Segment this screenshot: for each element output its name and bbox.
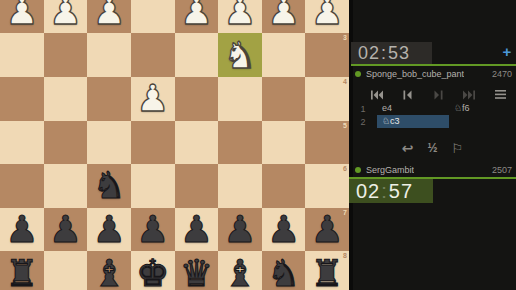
- square-d4[interactable]: [175, 77, 219, 121]
- black-piece-c8: ♝: [218, 251, 262, 290]
- square-e8[interactable]: ♚: [131, 251, 175, 290]
- white-piece-b2: ♟: [262, 0, 306, 33]
- black-piece-e7: ♟: [131, 208, 175, 252]
- square-e2[interactable]: [131, 0, 175, 33]
- square-a5[interactable]: 5: [305, 121, 349, 165]
- square-b4[interactable]: [262, 77, 306, 121]
- black-piece-d7: ♟: [175, 208, 219, 252]
- give-more-time-button[interactable]: +: [500, 44, 514, 58]
- square-g5[interactable]: [44, 121, 88, 165]
- square-g3[interactable]: [44, 33, 88, 77]
- square-e5[interactable]: [131, 121, 175, 165]
- online-dot: [355, 167, 361, 173]
- black-piece-e8: ♚: [131, 251, 175, 290]
- clock-digits: :: [380, 180, 389, 203]
- player-rating-top: 2470: [492, 69, 512, 79]
- app-window: ♜♞♝♚♛♝♜♟♟♟♟♟♟♟♞3♟45♞6♟♟♟♟♟♟♟♟7♜♝♚♛♝♞♜8 0…: [0, 0, 516, 290]
- accent-line-top: [351, 64, 516, 66]
- square-h2[interactable]: ♟: [0, 0, 44, 33]
- square-g6[interactable]: [44, 164, 88, 208]
- square-g2[interactable]: ♟: [44, 0, 88, 33]
- resign-flag-button[interactable]: ⚐: [452, 142, 464, 155]
- takeback-button[interactable]: ↩: [402, 141, 414, 155]
- square-f8[interactable]: ♝: [87, 251, 131, 290]
- rank-coordinate-5: 5: [343, 122, 347, 129]
- previous-move-icon: [403, 90, 412, 100]
- black-piece-h7: ♟: [0, 208, 44, 252]
- square-b7[interactable]: ♟: [262, 208, 306, 252]
- square-c4[interactable]: [218, 77, 262, 121]
- white-piece-f2: ♟: [87, 0, 131, 33]
- black-piece-d8: ♛: [175, 251, 219, 290]
- square-a4[interactable]: 4: [305, 77, 349, 121]
- square-d3[interactable]: [175, 33, 219, 77]
- move-number: 1: [349, 104, 377, 114]
- clock-digits: :: [380, 43, 388, 64]
- square-h8[interactable]: ♜: [0, 251, 44, 290]
- move-1-black[interactable]: ♘f6: [449, 102, 511, 115]
- rank-coordinate-3: 3: [343, 34, 347, 41]
- black-piece-g7: ♟: [44, 208, 88, 252]
- square-b2[interactable]: ♟: [262, 0, 306, 33]
- white-piece-d2: ♟: [175, 0, 219, 33]
- move-1-white[interactable]: e4: [377, 102, 449, 115]
- square-c8[interactable]: ♝: [218, 251, 262, 290]
- square-g7[interactable]: ♟: [44, 208, 88, 252]
- white-piece-a2: ♟: [305, 0, 349, 33]
- rank-coordinate-8: 8: [343, 252, 347, 259]
- offer-draw-button[interactable]: ½: [428, 142, 438, 154]
- clock-digits: 02: [358, 43, 380, 64]
- move-2-black: [449, 115, 511, 128]
- clock-top: 02:53: [351, 42, 432, 64]
- move-list: 1e4♘f62♘c3: [349, 102, 516, 128]
- square-f7[interactable]: ♟: [87, 208, 131, 252]
- square-a2[interactable]: ♟: [305, 0, 349, 33]
- square-b8[interactable]: ♞: [262, 251, 306, 290]
- square-c2[interactable]: ♟: [218, 0, 262, 33]
- nav-previous-button[interactable]: [402, 89, 414, 100]
- move-row-1: 1e4♘f6: [349, 102, 516, 115]
- square-h3[interactable]: [0, 33, 44, 77]
- move-number: 2: [349, 117, 377, 127]
- square-g8[interactable]: [44, 251, 88, 290]
- nav-first-button[interactable]: [371, 89, 383, 100]
- menu-icon: [495, 90, 506, 99]
- player-name-top[interactable]: Sponge_bob_cube_pant: [366, 69, 464, 79]
- clock-digits: 57: [389, 180, 413, 203]
- black-piece-b8: ♞: [262, 251, 306, 290]
- square-h6[interactable]: [0, 164, 44, 208]
- square-d7[interactable]: ♟: [175, 208, 219, 252]
- square-d5[interactable]: [175, 121, 219, 165]
- white-piece-h2: ♟: [0, 0, 44, 33]
- white-piece-c2: ♟: [218, 0, 262, 33]
- square-c3[interactable]: ♞: [218, 33, 262, 77]
- last-move-icon: [463, 90, 475, 100]
- square-b5[interactable]: [262, 121, 306, 165]
- rank-coordinate-7: 7: [343, 209, 347, 216]
- white-piece-c3: ♞: [218, 33, 262, 77]
- square-c7[interactable]: ♟: [218, 208, 262, 252]
- player-rating-bottom: 2507: [492, 165, 512, 175]
- game-action-bar: ↩ ½ ⚐: [349, 138, 516, 158]
- square-d8[interactable]: ♛: [175, 251, 219, 290]
- square-e4[interactable]: ♟: [131, 77, 175, 121]
- square-a7[interactable]: ♟7: [305, 208, 349, 252]
- square-f3[interactable]: [87, 33, 131, 77]
- rank-coordinate-4: 4: [343, 78, 347, 85]
- square-a3[interactable]: 3: [305, 33, 349, 77]
- player-row-bottom: SergGambit 2507: [349, 163, 516, 176]
- square-h7[interactable]: ♟: [0, 208, 44, 252]
- square-g4[interactable]: [44, 77, 88, 121]
- player-row-top: Sponge_bob_cube_pant 2470: [349, 67, 516, 80]
- player-name-bottom[interactable]: SergGambit: [366, 165, 414, 175]
- nav-next-button[interactable]: [433, 89, 445, 100]
- white-piece-g2: ♟: [44, 0, 88, 33]
- game-side-panel: 02:53 + Sponge_bob_cube_pant 2470: [349, 0, 516, 290]
- white-piece-e4: ♟: [131, 77, 175, 121]
- first-move-icon: [371, 90, 383, 100]
- square-f4[interactable]: [87, 77, 131, 121]
- next-move-icon: [434, 90, 443, 100]
- move-row-2: 2♘c3: [349, 115, 516, 128]
- move-nav-bar: [349, 88, 516, 101]
- black-piece-f8: ♝: [87, 251, 131, 290]
- black-piece-f7: ♟: [87, 208, 131, 252]
- square-c6[interactable]: [218, 164, 262, 208]
- square-e7[interactable]: ♟: [131, 208, 175, 252]
- square-a6[interactable]: 6: [305, 164, 349, 208]
- clock-digits: 02: [356, 180, 380, 203]
- square-e3[interactable]: [131, 33, 175, 77]
- square-b3[interactable]: [262, 33, 306, 77]
- square-f2[interactable]: ♟: [87, 0, 131, 33]
- black-piece-f6: ♞: [87, 164, 131, 208]
- nav-menu-button[interactable]: [494, 89, 506, 100]
- square-h4[interactable]: [0, 77, 44, 121]
- move-2-white[interactable]: ♘c3: [377, 115, 449, 128]
- square-d2[interactable]: ♟: [175, 0, 219, 33]
- square-a8[interactable]: ♜8: [305, 251, 349, 290]
- rank-coordinate-6: 6: [343, 165, 347, 172]
- black-piece-h8: ♜: [0, 251, 44, 290]
- chess-board: ♜♞♝♚♛♝♜♟♟♟♟♟♟♟♞3♟45♞6♟♟♟♟♟♟♟♟7♜♝♚♛♝♞♜8: [0, 0, 349, 290]
- square-h5[interactable]: [0, 121, 44, 165]
- square-d6[interactable]: [175, 164, 219, 208]
- square-b6[interactable]: [262, 164, 306, 208]
- square-c5[interactable]: [218, 121, 262, 165]
- nav-last-button[interactable]: [463, 89, 475, 100]
- square-f5[interactable]: [87, 121, 131, 165]
- clock-digits: 53: [388, 43, 410, 64]
- clock-bottom: 02:57: [349, 179, 433, 203]
- square-f6[interactable]: ♞: [87, 164, 131, 208]
- black-piece-c7: ♟: [218, 208, 262, 252]
- online-dot: [355, 71, 361, 77]
- square-e6[interactable]: [131, 164, 175, 208]
- black-piece-b7: ♟: [262, 208, 306, 252]
